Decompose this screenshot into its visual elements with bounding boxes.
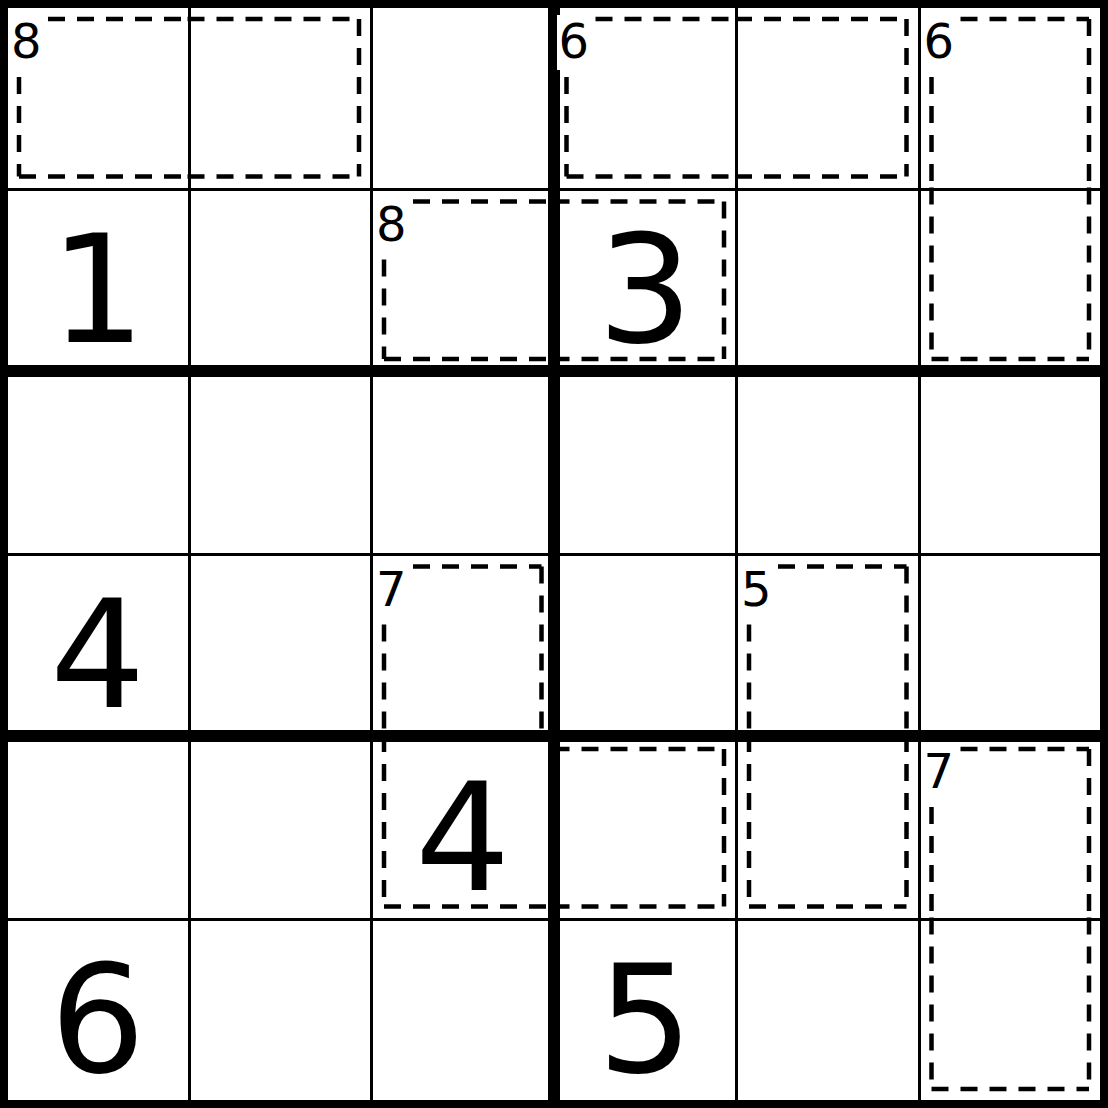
cell-r1c2[interactable] (191, 8, 371, 188)
cell-r4c4[interactable] (556, 556, 736, 736)
given-digit: 4 (415, 763, 510, 913)
box-border-horizontal-bottom (0, 730, 1108, 742)
cell-r3c6[interactable] (921, 373, 1101, 553)
cell-r4c6[interactable] (921, 556, 1101, 736)
killer-sudoku-board: 134465 8668757 (0, 0, 1108, 1108)
cage-sum: 8 (374, 198, 412, 253)
given-digit: 5 (598, 945, 693, 1095)
cell-r3c3[interactable] (373, 373, 553, 553)
cage-sum: 6 (922, 15, 960, 70)
given-digit: 1 (50, 215, 145, 365)
cell-r5c2[interactable] (191, 738, 371, 918)
cell-r1c3[interactable] (373, 8, 553, 188)
cell-r2c1[interactable]: 1 (8, 191, 188, 371)
given-digit: 6 (50, 945, 145, 1095)
cell-r2c5[interactable] (738, 191, 918, 371)
cell-r3c5[interactable] (738, 373, 918, 553)
cell-r3c2[interactable] (191, 373, 371, 553)
cell-r4c1[interactable]: 4 (8, 556, 188, 736)
cell-r1c5[interactable] (738, 8, 918, 188)
cage-sum: 7 (374, 563, 412, 618)
cell-r3c1[interactable] (8, 373, 188, 553)
cell-r4c2[interactable] (191, 556, 371, 736)
cell-r6c3[interactable] (373, 921, 553, 1101)
cell-r2c2[interactable] (191, 191, 371, 371)
cell-r6c2[interactable] (191, 921, 371, 1101)
cell-r2c6[interactable] (921, 191, 1101, 371)
cell-r5c1[interactable] (8, 738, 188, 918)
given-digit: 3 (598, 215, 693, 365)
cell-r6c5[interactable] (738, 921, 918, 1101)
cell-r3c4[interactable] (556, 373, 736, 553)
box-border-horizontal-top (0, 365, 1108, 377)
cell-r5c3[interactable]: 4 (373, 738, 553, 918)
box-border-vertical (548, 0, 560, 1108)
cage-sum: 7 (922, 745, 960, 800)
given-digit: 4 (50, 580, 145, 730)
cell-r5c4[interactable] (556, 738, 736, 918)
cage-sum: 5 (739, 563, 777, 618)
cell-r6c4[interactable]: 5 (556, 921, 736, 1101)
cage-sum: 6 (557, 15, 595, 70)
cell-r5c5[interactable] (738, 738, 918, 918)
cell-r2c4[interactable]: 3 (556, 191, 736, 371)
cell-r6c1[interactable]: 6 (8, 921, 188, 1101)
cell-r6c6[interactable] (921, 921, 1101, 1101)
cage-sum: 8 (9, 15, 47, 70)
